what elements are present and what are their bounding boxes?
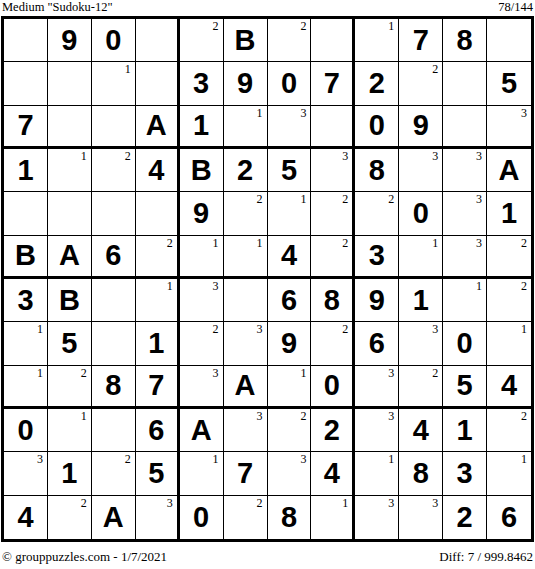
cell-r1c3[interactable]: 0 (92, 19, 136, 62)
pencil-mark: 3 (388, 367, 394, 380)
cell-r3c11[interactable] (443, 106, 487, 149)
cell-r12c5[interactable]: 0 (180, 496, 224, 539)
cell-r11c10[interactable]: 8 (399, 452, 443, 495)
cell-r11c9[interactable]: 1 (355, 452, 399, 495)
cell-r7c2[interactable]: B (48, 279, 92, 322)
cell-value: A (499, 156, 520, 185)
cell-value: 2 (237, 156, 253, 185)
cell-r6c2[interactable]: A (48, 236, 92, 279)
cell-r4c2[interactable]: 1 (48, 149, 92, 192)
cell-r1c8[interactable] (311, 19, 355, 62)
cell-r9c7[interactable]: 1 (268, 366, 312, 409)
cell-r2c11[interactable] (443, 62, 487, 105)
cell-r9c8[interactable]: 0 (311, 366, 355, 409)
puzzle-title: Medium "Sudoku-12" (2, 0, 113, 14)
cell-value: 9 (369, 286, 385, 315)
cell-value: 2 (369, 69, 385, 98)
pencil-mark: 3 (476, 150, 482, 163)
puzzle-counter: 78/144 (498, 0, 533, 14)
cell-r1c10[interactable]: 7 (399, 19, 443, 62)
pencil-mark: 1 (257, 237, 263, 250)
pencil-mark: 1 (476, 280, 482, 293)
cell-r3c12[interactable]: 3 (487, 106, 531, 149)
pencil-mark: 1 (81, 410, 87, 423)
pencil-mark: 3 (300, 107, 306, 120)
cell-r1c12[interactable] (487, 19, 531, 62)
cell-value: 7 (148, 371, 164, 400)
cell-r9c9[interactable]: 3 (355, 366, 399, 409)
cell-r8c5[interactable]: 2 (180, 322, 224, 365)
cell-value: 7 (237, 459, 253, 488)
cell-r7c11[interactable]: 1 (443, 279, 487, 322)
cell-r3c5[interactable]: 1 (180, 106, 224, 149)
pencil-mark: 2 (213, 20, 219, 33)
cell-value: A (191, 416, 212, 445)
cell-value: 5 (148, 459, 164, 488)
cell-r8c12[interactable]: 1 (487, 322, 531, 365)
cell-r10c2[interactable]: 1 (48, 409, 92, 452)
cell-r11c2[interactable]: 1 (48, 452, 92, 495)
cell-value: 1 (17, 156, 33, 185)
cell-r2c3[interactable]: 1 (92, 62, 136, 105)
cell-r1c5[interactable]: 2 (180, 19, 224, 62)
cell-r2c7[interactable]: 0 (268, 62, 312, 105)
puzzle-page: Medium "Sudoku-12" 78/144 902B2178139072… (0, 0, 535, 569)
cell-value: B (15, 241, 36, 270)
cell-r2c10[interactable]: 2 (399, 62, 443, 105)
cell-r10c1[interactable]: 0 (4, 409, 48, 452)
cell-r8c7[interactable]: 9 (268, 322, 312, 365)
cell-r12c12[interactable]: 6 (487, 496, 531, 539)
cell-r9c4[interactable]: 7 (136, 366, 180, 409)
cell-r1c6[interactable]: B (224, 19, 268, 62)
cell-r3c7[interactable]: 3 (268, 106, 312, 149)
pencil-mark: 3 (388, 410, 394, 423)
cell-r9c1[interactable]: 1 (4, 366, 48, 409)
pencil-mark: 2 (342, 323, 348, 336)
cell-value: 6 (148, 416, 164, 445)
cell-r7c10[interactable]: 1 (399, 279, 443, 322)
pencil-mark: 1 (213, 237, 219, 250)
cell-r2c9[interactable]: 2 (355, 62, 399, 105)
cell-r7c4[interactable]: 1 (136, 279, 180, 322)
pencil-mark: 2 (388, 193, 394, 206)
cell-value: A (235, 371, 256, 400)
cell-value: 4 (148, 156, 164, 185)
pencil-mark: 2 (125, 453, 131, 466)
cell-r6c6[interactable]: 1 (224, 236, 268, 279)
pencil-mark: 1 (300, 193, 306, 206)
cell-value: 2 (457, 503, 473, 532)
cell-value: 3 (369, 241, 385, 270)
pencil-mark: 1 (521, 453, 527, 466)
cell-r12c4[interactable]: 3 (136, 496, 180, 539)
cell-r5c8[interactable]: 2 (311, 192, 355, 235)
cell-value: 8 (105, 371, 121, 400)
cell-r2c8[interactable]: 7 (311, 62, 355, 105)
cell-r7c6[interactable] (224, 279, 268, 322)
cell-value: 1 (501, 199, 517, 228)
cell-value: 8 (324, 286, 340, 315)
cell-r3c6[interactable]: 1 (224, 106, 268, 149)
cell-value: 9 (61, 26, 77, 55)
cell-r10c11[interactable]: 1 (443, 409, 487, 452)
cell-r4c9[interactable]: 8 (355, 149, 399, 192)
pencil-mark: 2 (81, 367, 87, 380)
cell-value: 0 (324, 371, 340, 400)
pencil-mark: 3 (432, 150, 438, 163)
pencil-mark: 1 (342, 497, 348, 510)
cell-r4c4[interactable]: 4 (136, 149, 180, 192)
cell-value: 9 (413, 111, 429, 140)
cell-r12c2[interactable]: 2 (48, 496, 92, 539)
pencil-mark: 1 (388, 453, 394, 466)
cell-value: A (103, 503, 124, 532)
pencil-mark: 3 (432, 323, 438, 336)
cell-r3c4[interactable]: A (136, 106, 180, 149)
cell-r8c11[interactable]: 0 (443, 322, 487, 365)
cell-r1c2[interactable]: 9 (48, 19, 92, 62)
cell-r8c4[interactable]: 1 (136, 322, 180, 365)
cell-value: 8 (413, 459, 429, 488)
cell-r11c7[interactable]: 3 (268, 452, 312, 495)
cell-r2c2[interactable] (48, 62, 92, 105)
cell-r10c3[interactable] (92, 409, 136, 452)
cell-r6c3[interactable]: 6 (92, 236, 136, 279)
cell-value: 0 (193, 503, 209, 532)
cell-r12c11[interactable]: 2 (443, 496, 487, 539)
cell-value: 9 (193, 199, 209, 228)
pencil-mark: 2 (300, 410, 306, 423)
pencil-mark: 3 (342, 150, 348, 163)
pencil-mark: 3 (300, 453, 306, 466)
cell-value: 1 (457, 416, 473, 445)
cell-r7c12[interactable]: 2 (487, 279, 531, 322)
cell-value: 5 (281, 156, 297, 185)
cell-r9c10[interactable]: 2 (399, 366, 443, 409)
pencil-mark: 1 (125, 63, 131, 76)
cell-r7c3[interactable] (92, 279, 136, 322)
cell-value: B (235, 26, 256, 55)
pencil-mark: 3 (257, 410, 263, 423)
cell-r12c7[interactable]: 8 (268, 496, 312, 539)
pencil-mark: 2 (213, 323, 219, 336)
cell-r4c11[interactable]: 3 (443, 149, 487, 192)
cell-r10c10[interactable]: 4 (399, 409, 443, 452)
cell-r6c8[interactable]: 2 (311, 236, 355, 279)
cell-r11c4[interactable]: 5 (136, 452, 180, 495)
cell-r9c2[interactable]: 2 (48, 366, 92, 409)
pencil-mark: 2 (125, 150, 131, 163)
cell-r2c4[interactable] (136, 62, 180, 105)
pencil-mark: 2 (521, 280, 527, 293)
pencil-mark: 2 (521, 410, 527, 423)
cell-r4c6[interactable]: 2 (224, 149, 268, 192)
pencil-mark: 1 (37, 323, 43, 336)
cell-r9c12[interactable]: 4 (487, 366, 531, 409)
pencil-mark: 1 (388, 20, 394, 33)
cell-r10c6[interactable]: 3 (224, 409, 268, 452)
cell-r6c12[interactable]: 2 (487, 236, 531, 279)
cell-r5c4[interactable] (136, 192, 180, 235)
cell-value: A (59, 241, 80, 270)
pencil-mark: 3 (213, 280, 219, 293)
cell-value: 0 (369, 111, 385, 140)
cell-value: 6 (281, 286, 297, 315)
pencil-mark: 3 (213, 367, 219, 380)
cell-r1c7[interactable]: 2 (268, 19, 312, 62)
cell-r3c8[interactable] (311, 106, 355, 149)
cell-r3c3[interactable] (92, 106, 136, 149)
pencil-mark: 1 (432, 237, 438, 250)
cell-r9c11[interactable]: 5 (443, 366, 487, 409)
cell-r6c7[interactable]: 4 (268, 236, 312, 279)
cell-r8c3[interactable] (92, 322, 136, 365)
cell-value: 7 (17, 111, 33, 140)
cell-value: 1 (193, 111, 209, 140)
pencil-mark: 1 (37, 367, 43, 380)
pencil-mark: 1 (300, 367, 306, 380)
pencil-mark: 2 (167, 237, 173, 250)
cell-value: 1 (61, 459, 77, 488)
difficulty-text: Diff: 7 / 999.8462 (439, 549, 533, 564)
pencil-mark: 2 (257, 497, 263, 510)
pencil-mark: 2 (432, 367, 438, 380)
cell-r2c6[interactable]: 9 (224, 62, 268, 105)
cell-r8c8[interactable]: 2 (311, 322, 355, 365)
pencil-mark: 1 (521, 323, 527, 336)
pencil-mark: 3 (521, 107, 527, 120)
cell-r2c1[interactable] (4, 62, 48, 105)
cell-value: 3 (457, 459, 473, 488)
cell-r11c5[interactable]: 1 (180, 452, 224, 495)
cell-r11c1[interactable]: 3 (4, 452, 48, 495)
cell-r4c8[interactable]: 3 (311, 149, 355, 192)
pencil-mark: 1 (257, 107, 263, 120)
cell-value: 6 (501, 503, 517, 532)
cell-r8c1[interactable]: 1 (4, 322, 48, 365)
pencil-mark: 3 (476, 193, 482, 206)
cell-r5c6[interactable]: 2 (224, 192, 268, 235)
cell-value: 3 (17, 286, 33, 315)
cell-r8c2[interactable]: 5 (48, 322, 92, 365)
cell-value: 6 (105, 241, 121, 270)
cell-r12c6[interactable]: 2 (224, 496, 268, 539)
cell-r5c5[interactable]: 9 (180, 192, 224, 235)
pencil-mark: 2 (521, 237, 527, 250)
pencil-mark: 2 (300, 20, 306, 33)
cell-r5c2[interactable] (48, 192, 92, 235)
cell-value: 0 (281, 69, 297, 98)
cell-value: B (59, 286, 80, 315)
cell-r1c1[interactable] (4, 19, 48, 62)
cell-value: 8 (457, 26, 473, 55)
pencil-mark: 2 (81, 497, 87, 510)
cell-r6c4[interactable]: 2 (136, 236, 180, 279)
cell-value: 4 (413, 416, 429, 445)
cell-r3c10[interactable]: 9 (399, 106, 443, 149)
pencil-mark: 2 (342, 193, 348, 206)
cell-value: 5 (61, 329, 77, 358)
pencil-mark: 2 (432, 63, 438, 76)
pencil-mark: 1 (213, 453, 219, 466)
cell-r5c7[interactable]: 1 (268, 192, 312, 235)
cell-r7c9[interactable]: 9 (355, 279, 399, 322)
cell-r10c9[interactable]: 3 (355, 409, 399, 452)
cell-value: 4 (501, 371, 517, 400)
cell-r4c5[interactable]: B (180, 149, 224, 192)
cell-r2c12[interactable]: 5 (487, 62, 531, 105)
cell-value: 9 (281, 329, 297, 358)
cell-r7c1[interactable]: 3 (4, 279, 48, 322)
pencil-mark: 3 (257, 323, 263, 336)
sudoku-board: 902B2178139072257A1130931124B253833A9212… (1, 16, 534, 542)
cell-r7c5[interactable]: 3 (180, 279, 224, 322)
cell-r4c12[interactable]: A (487, 149, 531, 192)
pencil-mark: 2 (257, 193, 263, 206)
cell-r9c5[interactable]: 3 (180, 366, 224, 409)
cell-r5c9[interactable]: 2 (355, 192, 399, 235)
cell-r10c8[interactable]: 2 (311, 409, 355, 452)
cell-r3c2[interactable] (48, 106, 92, 149)
pencil-mark: 3 (167, 497, 173, 510)
cell-value: 2 (324, 416, 340, 445)
pencil-mark: 1 (167, 280, 173, 293)
cell-r5c1[interactable] (4, 192, 48, 235)
cell-value: 4 (17, 503, 33, 532)
cell-value: 0 (105, 26, 121, 55)
copyright-text: © grouppuzzles.com - 1/7/2021 (2, 549, 167, 564)
cell-r12c3[interactable]: A (92, 496, 136, 539)
cell-value: 3 (193, 69, 209, 98)
cell-r7c7[interactable]: 6 (268, 279, 312, 322)
cell-r12c9[interactable]: 3 (355, 496, 399, 539)
cell-r6c10[interactable]: 1 (399, 236, 443, 279)
cell-r10c12[interactable]: 2 (487, 409, 531, 452)
pencil-mark: 3 (476, 237, 482, 250)
cell-r8c10[interactable]: 3 (399, 322, 443, 365)
cell-value: B (191, 156, 212, 185)
cell-r5c10[interactable]: 0 (399, 192, 443, 235)
pencil-mark: 3 (432, 497, 438, 510)
cell-r10c5[interactable]: A (180, 409, 224, 452)
cell-r10c7[interactable]: 2 (268, 409, 312, 452)
cell-value: 0 (413, 199, 429, 228)
cell-value: 8 (281, 503, 297, 532)
cell-r5c12[interactable]: 1 (487, 192, 531, 235)
cell-r6c1[interactable]: B (4, 236, 48, 279)
cell-r6c9[interactable]: 3 (355, 236, 399, 279)
pencil-mark: 3 (388, 497, 394, 510)
cell-r8c9[interactable]: 6 (355, 322, 399, 365)
cell-r9c3[interactable]: 8 (92, 366, 136, 409)
cell-r3c1[interactable]: 7 (4, 106, 48, 149)
cell-r6c11[interactable]: 3 (443, 236, 487, 279)
cell-r11c8[interactable]: 4 (311, 452, 355, 495)
cell-value: A (146, 111, 167, 140)
cell-value: 4 (281, 241, 297, 270)
cell-value: 5 (501, 69, 517, 98)
cell-r5c11[interactable]: 3 (443, 192, 487, 235)
cell-value: 5 (457, 371, 473, 400)
footer: © grouppuzzles.com - 1/7/2021 Diff: 7 / … (2, 549, 533, 564)
cell-r11c11[interactable]: 3 (443, 452, 487, 495)
cell-value: 1 (148, 329, 164, 358)
cell-r1c4[interactable] (136, 19, 180, 62)
cell-r12c1[interactable]: 4 (4, 496, 48, 539)
cell-r6c5[interactable]: 1 (180, 236, 224, 279)
pencil-mark: 1 (81, 150, 87, 163)
cell-value: 0 (17, 416, 33, 445)
cell-value: 9 (237, 69, 253, 98)
cell-r7c8[interactable]: 8 (311, 279, 355, 322)
cell-value: 0 (457, 329, 473, 358)
cell-r2c5[interactable]: 3 (180, 62, 224, 105)
cell-r5c3[interactable] (92, 192, 136, 235)
cell-r9c6[interactable]: A (224, 366, 268, 409)
cell-r4c3[interactable]: 2 (92, 149, 136, 192)
header: Medium "Sudoku-12" 78/144 (2, 0, 533, 14)
cell-r1c11[interactable]: 8 (443, 19, 487, 62)
cell-r10c4[interactable]: 6 (136, 409, 180, 452)
cell-r11c6[interactable]: 7 (224, 452, 268, 495)
cell-r11c12[interactable]: 1 (487, 452, 531, 495)
cell-r12c8[interactable]: 1 (311, 496, 355, 539)
cell-r4c7[interactable]: 5 (268, 149, 312, 192)
cell-value: 7 (413, 26, 429, 55)
cell-r4c1[interactable]: 1 (4, 149, 48, 192)
pencil-mark: 3 (37, 453, 43, 466)
cell-r8c6[interactable]: 3 (224, 322, 268, 365)
cell-value: 6 (369, 329, 385, 358)
cell-value: 1 (413, 286, 429, 315)
cell-value: 7 (324, 69, 340, 98)
cell-value: 8 (369, 156, 385, 185)
cell-r11c3[interactable]: 2 (92, 452, 136, 495)
pencil-mark: 2 (342, 237, 348, 250)
cell-r12c10[interactable]: 3 (399, 496, 443, 539)
cell-r4c10[interactable]: 3 (399, 149, 443, 192)
cell-r3c9[interactable]: 0 (355, 106, 399, 149)
cell-r1c9[interactable]: 1 (355, 19, 399, 62)
cell-value: 4 (324, 459, 340, 488)
